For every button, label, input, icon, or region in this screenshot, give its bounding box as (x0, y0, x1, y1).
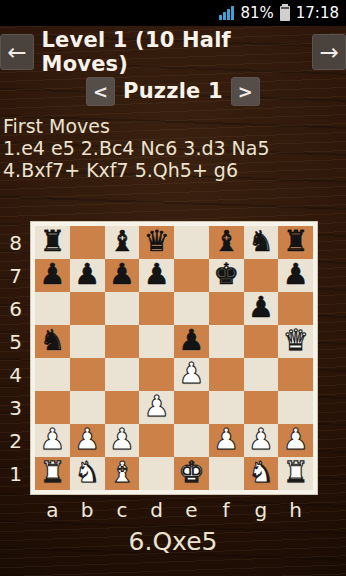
white-pawn-piece: ♟ (213, 425, 239, 454)
file-label-e: e (174, 498, 209, 522)
square-d2[interactable] (139, 424, 174, 457)
square-h5[interactable]: ♛ (278, 325, 313, 358)
rank-label-7: 7 (9, 259, 22, 292)
file-label-h: h (278, 498, 313, 522)
square-a7[interactable]: ♟ (35, 259, 70, 292)
square-a2[interactable]: ♟ (35, 424, 70, 457)
white-pawn-piece: ♟ (178, 359, 204, 388)
status-bar: 81% 17:18 (0, 0, 346, 26)
rank-label-3: 3 (9, 391, 22, 424)
square-c4[interactable] (105, 358, 140, 391)
file-label-f: f (209, 498, 244, 522)
square-g5[interactable] (244, 325, 279, 358)
square-b1[interactable]: ♞ (70, 457, 105, 490)
file-labels: abcdefgh (35, 498, 346, 522)
square-f4[interactable] (209, 358, 244, 391)
square-h7[interactable]: ♟ (278, 259, 313, 292)
square-a3[interactable] (35, 391, 70, 424)
level-next-button[interactable]: → (312, 34, 346, 70)
square-a1[interactable]: ♜ (35, 457, 70, 490)
square-d1[interactable] (139, 457, 174, 490)
white-bishop-piece: ♝ (109, 458, 135, 487)
square-g3[interactable] (244, 391, 279, 424)
board-frame: ♜♝♛♝♞♜♟♟♟♟♚♟♟♞♟♛♟♟♟♟♟♟♟♟♜♞♝♚♞♜ (31, 222, 317, 494)
square-a8[interactable]: ♜ (35, 226, 70, 259)
square-h2[interactable]: ♟ (278, 424, 313, 457)
level-title: Level 1 (10 Half Moves) (42, 28, 305, 76)
rank-label-4: 4 (9, 358, 22, 391)
white-rook-piece: ♜ (283, 458, 309, 487)
square-f2[interactable]: ♟ (209, 424, 244, 457)
black-king-piece: ♚ (213, 260, 239, 289)
square-c8[interactable]: ♝ (105, 226, 140, 259)
square-e5[interactable]: ♟ (174, 325, 209, 358)
square-g6[interactable]: ♟ (244, 292, 279, 325)
square-b3[interactable] (70, 391, 105, 424)
first-moves-text: 1.e4 e5 2.Bc4 Nc6 3.d3 Na5 4.Bxf7+ Kxf7 … (3, 137, 343, 181)
square-e1[interactable]: ♚ (174, 457, 209, 490)
white-pawn-piece: ♟ (74, 425, 100, 454)
rank-labels: 87654321 (0, 222, 31, 494)
file-label-a: a (35, 498, 70, 522)
white-knight-piece: ♞ (74, 458, 100, 487)
board[interactable]: ♜♝♛♝♞♜♟♟♟♟♚♟♟♞♟♛♟♟♟♟♟♟♟♟♜♞♝♚♞♜ (35, 226, 313, 490)
black-pawn-piece: ♟ (283, 260, 309, 289)
puzzle-title: Puzzle 1 (123, 79, 223, 103)
square-f7[interactable]: ♚ (209, 259, 244, 292)
level-nav: ← Level 1 (10 Half Moves) → (0, 33, 346, 70)
square-h4[interactable] (278, 358, 313, 391)
black-bishop-piece: ♝ (213, 227, 239, 256)
square-e3[interactable] (174, 391, 209, 424)
square-b4[interactable] (70, 358, 105, 391)
square-c7[interactable]: ♟ (105, 259, 140, 292)
black-knight-piece: ♞ (39, 326, 65, 355)
square-g8[interactable]: ♞ (244, 226, 279, 259)
white-king-piece: ♚ (178, 458, 204, 487)
white-knight-piece: ♞ (248, 458, 274, 487)
square-b8[interactable] (70, 226, 105, 259)
square-c6[interactable] (105, 292, 140, 325)
square-a5[interactable]: ♞ (35, 325, 70, 358)
rank-label-1: 1 (9, 457, 22, 490)
black-pawn-piece: ♟ (109, 260, 135, 289)
white-queen-piece: ♛ (283, 326, 309, 355)
black-rook-piece: ♜ (283, 227, 309, 256)
first-moves-block: First Moves 1.e4 e5 2.Bc4 Nc6 3.d3 Na5 4… (0, 115, 346, 181)
black-queen-piece: ♛ (144, 227, 170, 256)
square-c3[interactable] (105, 391, 140, 424)
square-c1[interactable]: ♝ (105, 457, 140, 490)
square-d4[interactable] (139, 358, 174, 391)
black-pawn-piece: ♟ (74, 260, 100, 289)
square-b5[interactable] (70, 325, 105, 358)
black-bishop-piece: ♝ (109, 227, 135, 256)
file-label-c: c (105, 498, 140, 522)
square-d7[interactable]: ♟ (139, 259, 174, 292)
file-label-d: d (139, 498, 174, 522)
square-d6[interactable] (139, 292, 174, 325)
level-prev-button[interactable]: ← (0, 34, 34, 70)
square-a6[interactable] (35, 292, 70, 325)
signal-bars-icon (219, 6, 234, 20)
white-rook-piece: ♜ (39, 458, 65, 487)
square-f8[interactable]: ♝ (209, 226, 244, 259)
square-h8[interactable]: ♜ (278, 226, 313, 259)
square-b7[interactable]: ♟ (70, 259, 105, 292)
square-f6[interactable] (209, 292, 244, 325)
file-label-g: g (244, 498, 279, 522)
black-pawn-piece: ♟ (144, 260, 170, 289)
first-moves-title: First Moves (3, 115, 343, 137)
black-pawn-piece: ♟ (248, 293, 274, 322)
file-label-b: b (70, 498, 105, 522)
rank-label-5: 5 (9, 325, 22, 358)
black-knight-piece: ♞ (248, 227, 274, 256)
square-d5[interactable] (139, 325, 174, 358)
square-g2[interactable]: ♟ (244, 424, 279, 457)
square-g7[interactable] (244, 259, 279, 292)
square-b6[interactable] (70, 292, 105, 325)
square-c5[interactable] (105, 325, 140, 358)
square-a4[interactable] (35, 358, 70, 391)
white-pawn-piece: ♟ (283, 425, 309, 454)
white-pawn-piece: ♟ (144, 392, 170, 421)
puzzle-prev-button[interactable]: < (86, 77, 115, 106)
square-d8[interactable]: ♛ (139, 226, 174, 259)
battery-percent: 81% (240, 4, 273, 22)
white-pawn-piece: ♟ (39, 425, 65, 454)
square-e6[interactable] (174, 292, 209, 325)
square-h3[interactable] (278, 391, 313, 424)
square-h6[interactable] (278, 292, 313, 325)
square-e4[interactable]: ♟ (174, 358, 209, 391)
square-d3[interactable]: ♟ (139, 391, 174, 424)
puzzle-nav: < Puzzle 1 > (0, 76, 346, 106)
white-pawn-piece: ♟ (248, 425, 274, 454)
square-e8[interactable] (174, 226, 209, 259)
white-pawn-piece: ♟ (109, 425, 135, 454)
puzzle-next-button[interactable]: > (231, 77, 260, 106)
status-time: 17:18 (296, 4, 339, 22)
rank-label-6: 6 (9, 292, 22, 325)
rank-label-2: 2 (9, 424, 22, 457)
current-move: 6.Qxe5 (0, 527, 346, 556)
board-area: 87654321 ♜♝♛♝♞♜♟♟♟♟♚♟♟♞♟♛♟♟♟♟♟♟♟♟♜♞♝♚♞♜ (0, 222, 346, 494)
battery-icon (280, 6, 290, 21)
square-f1[interactable] (209, 457, 244, 490)
rank-label-8: 8 (9, 226, 22, 259)
black-pawn-piece: ♟ (178, 326, 204, 355)
square-c2[interactable]: ♟ (105, 424, 140, 457)
square-h1[interactable]: ♜ (278, 457, 313, 490)
square-e2[interactable] (174, 424, 209, 457)
square-b2[interactable]: ♟ (70, 424, 105, 457)
black-pawn-piece: ♟ (39, 260, 65, 289)
square-e7[interactable] (174, 259, 209, 292)
square-g1[interactable]: ♞ (244, 457, 279, 490)
square-f5[interactable] (209, 325, 244, 358)
square-f3[interactable] (209, 391, 244, 424)
black-rook-piece: ♜ (39, 227, 65, 256)
square-g4[interactable] (244, 358, 279, 391)
